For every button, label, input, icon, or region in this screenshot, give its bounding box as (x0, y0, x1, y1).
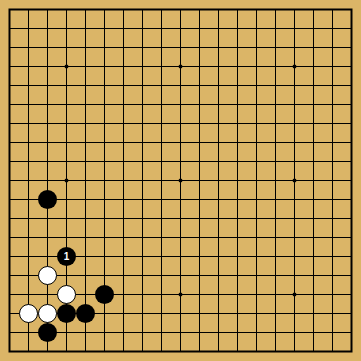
stone-black (38, 190, 57, 209)
stone-black (95, 285, 114, 304)
stone-black (76, 304, 95, 323)
stone-black (38, 323, 57, 342)
stone-white (38, 304, 57, 323)
stone-black (57, 304, 76, 323)
move-number-label: 1 (64, 252, 70, 262)
stone-white (57, 285, 76, 304)
stone-grid: 1 (0, 0, 361, 361)
stone-white (19, 304, 38, 323)
go-board[interactable]: 1 (0, 0, 361, 361)
stone-black: 1 (57, 247, 76, 266)
stone-white (38, 266, 57, 285)
